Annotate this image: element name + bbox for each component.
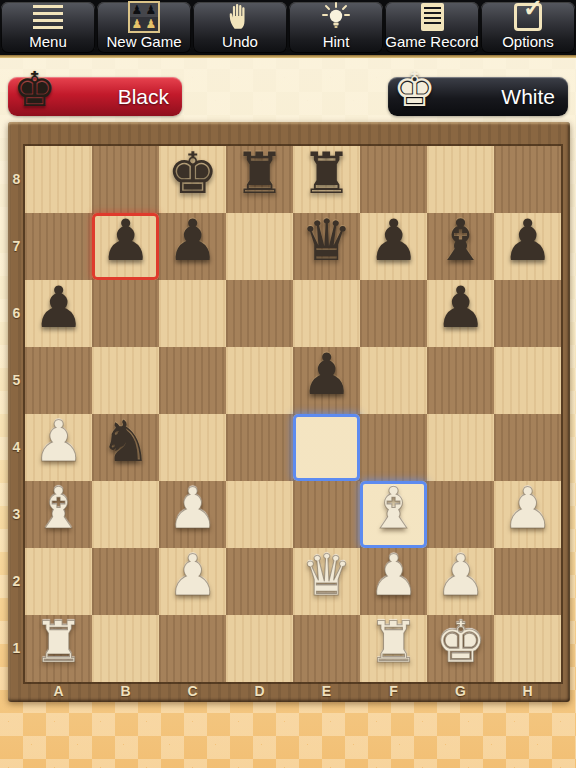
square-b4[interactable]: ♞	[92, 414, 159, 481]
white-player-label: White	[501, 77, 555, 116]
square-e5[interactable]: ♟	[293, 347, 360, 414]
square-d4[interactable]	[226, 414, 293, 481]
square-e7[interactable]: ♛	[293, 213, 360, 280]
square-g6[interactable]: ♟	[427, 280, 494, 347]
undo-button-label: Undo	[222, 33, 258, 50]
piece-black-pawn[interactable]: ♟	[360, 207, 427, 274]
square-c3[interactable]: ♟	[159, 481, 226, 548]
undo-button[interactable]: Undo	[193, 2, 287, 53]
piece-black-pawn[interactable]: ♟	[25, 274, 92, 341]
file-label-f: F	[360, 682, 427, 702]
black-king-icon: ♚	[13, 65, 56, 113]
square-e1[interactable]	[293, 615, 360, 682]
square-e2[interactable]: ♛	[293, 548, 360, 615]
square-d1[interactable]	[226, 615, 293, 682]
square-d7[interactable]	[226, 213, 293, 280]
rank-label-5: 5	[8, 347, 25, 414]
square-g7[interactable]: ♝	[427, 213, 494, 280]
piece-black-pawn[interactable]: ♟	[427, 274, 494, 341]
rank-label-8: 8	[8, 146, 25, 213]
piece-white-pawn[interactable]: ♟	[159, 475, 226, 542]
new-game-button[interactable]: ♟♟♟♟ New Game	[97, 2, 191, 53]
toolbar-accent-line	[0, 55, 576, 58]
app-screen: Menu ♟♟♟♟ New Game Undo	[0, 0, 576, 768]
square-b7[interactable]: ♟	[92, 213, 159, 280]
options-button-label: Options	[502, 33, 554, 50]
square-g4[interactable]	[427, 414, 494, 481]
square-e8[interactable]: ♜	[293, 146, 360, 213]
square-f7[interactable]: ♟	[360, 213, 427, 280]
piece-white-rook[interactable]: ♜	[360, 609, 427, 676]
file-label-g: G	[427, 682, 494, 702]
square-a5[interactable]	[25, 347, 92, 414]
square-b3[interactable]	[92, 481, 159, 548]
square-h3[interactable]: ♟	[494, 481, 561, 548]
new-game-icon: ♟♟♟♟	[128, 1, 160, 32]
square-d6[interactable]	[226, 280, 293, 347]
square-f3[interactable]: ♝	[360, 481, 427, 548]
square-g3[interactable]	[427, 481, 494, 548]
piece-white-pawn[interactable]: ♟	[360, 542, 427, 609]
menu-button[interactable]: Menu	[1, 2, 95, 53]
menu-icon	[33, 2, 63, 32]
file-label-h: H	[494, 682, 561, 702]
square-h2[interactable]	[494, 548, 561, 615]
piece-white-bishop[interactable]: ♝	[25, 475, 92, 542]
square-d2[interactable]	[226, 548, 293, 615]
rank-label-6: 6	[8, 280, 25, 347]
square-e3[interactable]	[293, 481, 360, 548]
piece-black-queen[interactable]: ♛	[293, 207, 360, 274]
square-f1[interactable]: ♜	[360, 615, 427, 682]
square-f6[interactable]	[360, 280, 427, 347]
square-a4[interactable]: ♟	[25, 414, 92, 481]
square-b2[interactable]	[92, 548, 159, 615]
options-checkbox-icon	[514, 2, 542, 32]
white-king-icon: ♚	[393, 65, 436, 113]
piece-white-pawn[interactable]: ♟	[159, 542, 226, 609]
piece-black-pawn[interactable]: ♟	[159, 207, 226, 274]
square-b8[interactable]	[92, 146, 159, 213]
rank-label-3: 3	[8, 481, 25, 548]
square-g2[interactable]: ♟	[427, 548, 494, 615]
rank-label-4: 4	[8, 414, 25, 481]
square-b5[interactable]	[92, 347, 159, 414]
square-f4[interactable]	[360, 414, 427, 481]
piece-white-rook[interactable]: ♜	[25, 609, 92, 676]
game-record-button[interactable]: Game Record	[385, 2, 479, 53]
piece-white-pawn[interactable]: ♟	[494, 475, 561, 542]
file-label-e: E	[293, 682, 360, 702]
square-f2[interactable]: ♟	[360, 548, 427, 615]
piece-black-rook[interactable]: ♜	[226, 140, 293, 207]
square-c2[interactable]: ♟	[159, 548, 226, 615]
rank-label-1: 1	[8, 615, 25, 682]
piece-black-king[interactable]: ♚	[159, 140, 226, 207]
square-e6[interactable]	[293, 280, 360, 347]
rank-label-7: 7	[8, 213, 25, 280]
piece-black-pawn[interactable]: ♟	[494, 207, 561, 274]
piece-black-bishop[interactable]: ♝	[427, 207, 494, 274]
square-c4[interactable]	[159, 414, 226, 481]
square-f8[interactable]	[360, 146, 427, 213]
black-player-label: Black	[118, 77, 169, 116]
square-f5[interactable]	[360, 347, 427, 414]
square-g5[interactable]	[427, 347, 494, 414]
piece-white-bishop[interactable]: ♝	[360, 475, 427, 542]
player-banner-white: ♚ White	[388, 77, 568, 116]
chess-board: 87654321 ♚♜♜♟♟♛♟♝♟♟♟♟♟♞♝♟♝♟♟♛♟♟♜♜♚ ABCDE…	[8, 122, 570, 702]
square-a2[interactable]	[25, 548, 92, 615]
file-label-d: D	[226, 682, 293, 702]
board-squares: ♚♜♜♟♟♛♟♝♟♟♟♟♟♞♝♟♝♟♟♛♟♟♜♜♚	[25, 146, 561, 682]
new-game-button-label: New Game	[106, 33, 181, 50]
square-c1[interactable]	[159, 615, 226, 682]
hint-lightbulb-icon	[321, 2, 351, 32]
square-d8[interactable]: ♜	[226, 146, 293, 213]
hint-button[interactable]: Hint	[289, 2, 383, 53]
square-a3[interactable]: ♝	[25, 481, 92, 548]
undo-hand-icon	[227, 2, 253, 32]
piece-black-rook[interactable]: ♜	[293, 140, 360, 207]
file-label-b: B	[92, 682, 159, 702]
file-label-c: C	[159, 682, 226, 702]
piece-white-pawn[interactable]: ♟	[25, 408, 92, 475]
square-a6[interactable]: ♟	[25, 280, 92, 347]
square-h7[interactable]: ♟	[494, 213, 561, 280]
square-h8[interactable]	[494, 146, 561, 213]
hint-button-label: Hint	[323, 33, 350, 50]
square-h4[interactable]	[494, 414, 561, 481]
square-a1[interactable]: ♜	[25, 615, 92, 682]
piece-white-pawn[interactable]: ♟	[427, 542, 494, 609]
file-label-a: A	[25, 682, 92, 702]
game-record-document-icon	[421, 2, 444, 32]
square-d3[interactable]	[226, 481, 293, 548]
square-b6[interactable]	[92, 280, 159, 347]
toolbar: Menu ♟♟♟♟ New Game Undo	[0, 0, 576, 55]
square-c6[interactable]	[159, 280, 226, 347]
square-h5[interactable]	[494, 347, 561, 414]
square-g1[interactable]: ♚	[427, 615, 494, 682]
piece-black-pawn[interactable]: ♟	[293, 341, 360, 408]
rank-label-2: 2	[8, 548, 25, 615]
square-b1[interactable]	[92, 615, 159, 682]
square-a7[interactable]	[25, 213, 92, 280]
game-record-button-label: Game Record	[385, 33, 478, 50]
square-c5[interactable]	[159, 347, 226, 414]
square-a8[interactable]	[25, 146, 92, 213]
square-c8[interactable]: ♚	[159, 146, 226, 213]
square-d5[interactable]	[226, 347, 293, 414]
player-banner-black-active: ♚ Black	[8, 77, 182, 116]
piece-white-king[interactable]: ♚	[427, 609, 494, 676]
piece-white-queen[interactable]: ♛	[293, 542, 360, 609]
file-labels: ABCDEFGH	[25, 682, 561, 702]
menu-button-label: Menu	[29, 33, 67, 50]
piece-black-pawn[interactable]: ♟	[92, 207, 159, 274]
square-h1[interactable]	[494, 615, 561, 682]
square-c7[interactable]: ♟	[159, 213, 226, 280]
square-h6[interactable]	[494, 280, 561, 347]
options-button[interactable]: Options	[481, 2, 575, 53]
square-g8[interactable]	[427, 146, 494, 213]
piece-black-knight[interactable]: ♞	[92, 408, 159, 475]
player-banners: ♚ Black ♚ White	[8, 77, 568, 116]
rank-labels: 87654321	[8, 146, 25, 682]
square-e4[interactable]	[293, 414, 360, 481]
